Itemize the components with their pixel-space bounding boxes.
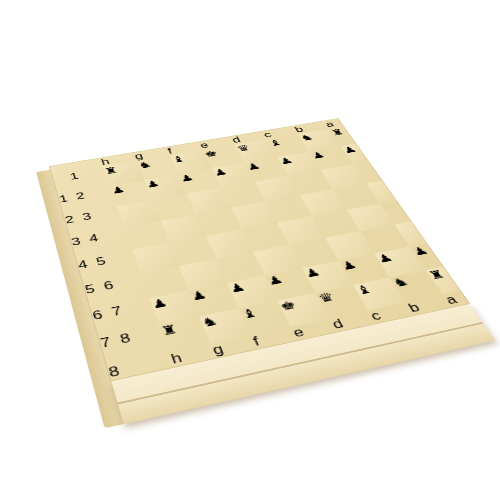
rank-label: 7 — [110, 304, 123, 318]
rank-label: 6 — [102, 279, 115, 292]
rank-label: 1 — [69, 171, 80, 181]
square-h5[interactable] — [133, 243, 179, 274]
piece-light-queen[interactable]: ♛ — [316, 290, 337, 304]
piece-dark-knight[interactable]: ♞ — [298, 133, 315, 143]
rank-label: 4 — [77, 259, 89, 271]
piece-dark-rook[interactable]: ♜ — [103, 165, 119, 176]
piece-light-rook[interactable]: ♜ — [160, 322, 180, 337]
piece-dark-knight[interactable]: ♞ — [137, 160, 153, 170]
rank-label: 3 — [70, 236, 82, 248]
rank-label: 1 — [58, 194, 69, 205]
chess-scene: hgfedcba1♜♞♝♚♛♝♞♜12♟♟♟♟♟♟♟♟2334455667♟♟♟… — [64, 50, 420, 442]
piece-light-pawn[interactable]: ♟ — [150, 296, 169, 311]
product-photo-chess-set: hgfedcba1♜♞♝♚♛♝♞♜12♟♟♟♟♟♟♟♟2334455667♟♟♟… — [0, 0, 500, 500]
piece-dark-pawn[interactable]: ♟ — [145, 178, 162, 189]
file-label-far-c: c — [262, 126, 298, 139]
square-d7[interactable]: ♟ — [302, 261, 353, 293]
piece-light-pawn[interactable]: ♟ — [339, 259, 359, 272]
piece-light-knight[interactable]: ♞ — [390, 275, 411, 289]
rank-label: 2 — [75, 191, 86, 201]
piece-dark-pawn[interactable]: ♟ — [179, 173, 196, 184]
rank-label: 5 — [95, 255, 107, 267]
file-label: b — [406, 301, 422, 315]
rank-label: 3 — [81, 211, 92, 222]
file-label: a — [443, 293, 460, 306]
piece-light-pawn[interactable]: ♟ — [189, 288, 208, 302]
rank-label: 7 — [99, 335, 112, 350]
rank-label: 2 — [64, 214, 75, 225]
folding-chess-board: hgfedcba1♜♞♝♚♛♝♞♜12♟♟♟♟♟♟♟♟2334455667♟♟♟… — [35, 119, 495, 429]
square-c6[interactable] — [325, 231, 374, 261]
rank-label-left-6: 6 — [102, 273, 150, 306]
rank-label: 5 — [84, 283, 97, 296]
piece-dark-bishop[interactable]: ♝ — [170, 154, 186, 164]
rank-label: 6 — [91, 308, 104, 322]
piece-dark-king[interactable]: ♚ — [203, 149, 219, 159]
piece-dark-pawn[interactable]: ♟ — [110, 184, 126, 195]
piece-light-pawn[interactable]: ♟ — [302, 266, 322, 280]
piece-dark-pawn[interactable]: ♟ — [245, 161, 262, 171]
piece-dark-pawn[interactable]: ♟ — [212, 167, 229, 178]
rank-label: 4 — [88, 233, 100, 245]
file-label: d — [330, 317, 346, 331]
piece-light-knight[interactable]: ♞ — [200, 314, 220, 329]
